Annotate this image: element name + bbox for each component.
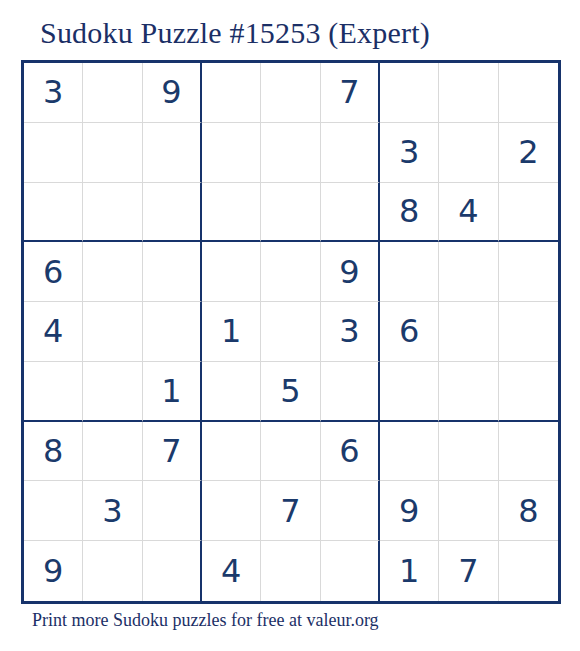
cell-r8c2: 3 <box>83 481 142 541</box>
cell-r9c1: 9 <box>24 541 83 601</box>
cell-r5c1: 4 <box>24 302 83 362</box>
cell-r8c9: 8 <box>499 481 558 541</box>
cell-r4c9 <box>499 242 558 302</box>
cell-r4c6: 9 <box>321 242 380 302</box>
cell-r5c9 <box>499 302 558 362</box>
cell-r2c6 <box>321 123 380 183</box>
cell-r9c8: 7 <box>439 541 498 601</box>
cell-r9c4: 4 <box>202 541 261 601</box>
cell-r9c3 <box>143 541 202 601</box>
cell-r7c2 <box>83 422 142 482</box>
cell-r5c6: 3 <box>321 302 380 362</box>
cell-r5c2 <box>83 302 142 362</box>
cell-r1c1: 3 <box>24 63 83 123</box>
cell-r2c9: 2 <box>499 123 558 183</box>
cell-r8c8 <box>439 481 498 541</box>
cell-r7c7 <box>380 422 439 482</box>
cell-r2c7: 3 <box>380 123 439 183</box>
cell-r6c4 <box>202 362 261 422</box>
cell-r4c8 <box>439 242 498 302</box>
cell-r6c5: 5 <box>261 362 320 422</box>
cell-r9c7: 1 <box>380 541 439 601</box>
cell-r6c6 <box>321 362 380 422</box>
cell-r8c7: 9 <box>380 481 439 541</box>
cell-r6c9 <box>499 362 558 422</box>
cell-r1c6: 7 <box>321 63 380 123</box>
cell-r6c8 <box>439 362 498 422</box>
cell-r9c2 <box>83 541 142 601</box>
cell-r9c5 <box>261 541 320 601</box>
cell-r4c7 <box>380 242 439 302</box>
cell-r8c6 <box>321 481 380 541</box>
cell-r1c3: 9 <box>143 63 202 123</box>
cell-r3c8: 4 <box>439 183 498 243</box>
cell-r3c2 <box>83 183 142 243</box>
cell-r1c2 <box>83 63 142 123</box>
cell-r1c7 <box>380 63 439 123</box>
page-title: Sudoku Puzzle #15253 (Expert) <box>40 16 430 50</box>
cell-r5c4: 1 <box>202 302 261 362</box>
cell-r2c1 <box>24 123 83 183</box>
sudoku-page: Sudoku Puzzle #15253 (Expert) 3973284694… <box>0 0 580 651</box>
cell-r6c2 <box>83 362 142 422</box>
cell-r9c9 <box>499 541 558 601</box>
cell-r3c4 <box>202 183 261 243</box>
cell-r2c2 <box>83 123 142 183</box>
cell-r4c5 <box>261 242 320 302</box>
cell-r8c5: 7 <box>261 481 320 541</box>
cell-r9c6 <box>321 541 380 601</box>
cell-r3c5 <box>261 183 320 243</box>
cell-r1c9 <box>499 63 558 123</box>
cell-r7c9 <box>499 422 558 482</box>
cell-r5c3 <box>143 302 202 362</box>
cell-r5c7: 6 <box>380 302 439 362</box>
cell-r7c5 <box>261 422 320 482</box>
cell-r4c2 <box>83 242 142 302</box>
cell-r1c5 <box>261 63 320 123</box>
cell-r2c8 <box>439 123 498 183</box>
cell-r3c6 <box>321 183 380 243</box>
cell-r8c4 <box>202 481 261 541</box>
footer-text: Print more Sudoku puzzles for free at va… <box>32 610 379 631</box>
cell-r1c4 <box>202 63 261 123</box>
cell-r7c1: 8 <box>24 422 83 482</box>
cell-r5c8 <box>439 302 498 362</box>
cell-r6c3: 1 <box>143 362 202 422</box>
cell-r3c1 <box>24 183 83 243</box>
cell-r8c3 <box>143 481 202 541</box>
cell-r2c4 <box>202 123 261 183</box>
cell-r4c3 <box>143 242 202 302</box>
cell-r1c8 <box>439 63 498 123</box>
cell-r7c3: 7 <box>143 422 202 482</box>
cell-r6c7 <box>380 362 439 422</box>
cell-r4c4 <box>202 242 261 302</box>
cell-r3c3 <box>143 183 202 243</box>
cell-r3c9 <box>499 183 558 243</box>
cell-r5c5 <box>261 302 320 362</box>
cell-r7c6: 6 <box>321 422 380 482</box>
cell-r2c3 <box>143 123 202 183</box>
cell-r8c1 <box>24 481 83 541</box>
cell-r3c7: 8 <box>380 183 439 243</box>
cell-r6c1 <box>24 362 83 422</box>
sudoku-board: 39732846941361587637989417 <box>21 60 561 604</box>
cell-r4c1: 6 <box>24 242 83 302</box>
cell-r2c5 <box>261 123 320 183</box>
cell-r7c8 <box>439 422 498 482</box>
cell-r7c4 <box>202 422 261 482</box>
